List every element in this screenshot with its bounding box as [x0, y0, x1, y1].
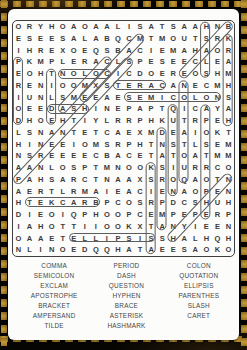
grid-cell[interactable]: H	[13, 139, 24, 151]
grid-cell[interactable]: R	[68, 186, 79, 198]
grid-cell[interactable]: O	[46, 221, 57, 233]
grid-cell[interactable]: N	[157, 139, 168, 151]
grid-cell[interactable]: O	[201, 244, 212, 256]
grid-cell[interactable]: E	[179, 209, 190, 221]
grid-cell[interactable]: H	[35, 221, 46, 233]
grid-cell[interactable]: T	[46, 68, 57, 80]
grid-cell[interactable]: P	[79, 162, 90, 174]
grid-cell[interactable]: E	[135, 92, 146, 104]
grid-cell[interactable]: M	[168, 45, 179, 57]
grid-cell[interactable]: R	[68, 174, 79, 186]
grid-cell[interactable]: M	[223, 139, 234, 151]
grid-cell[interactable]: H	[223, 197, 234, 209]
grid-cell[interactable]: S	[135, 21, 146, 33]
grid-cell[interactable]: U	[24, 92, 35, 104]
grid-cell[interactable]: S	[68, 162, 79, 174]
grid-cell[interactable]: B	[101, 33, 112, 45]
grid-cell[interactable]: A	[190, 21, 201, 33]
grid-cell[interactable]: M	[212, 80, 223, 92]
grid-cell[interactable]: E	[46, 33, 57, 45]
grid-cell[interactable]: O	[68, 68, 79, 80]
grid-cell[interactable]: M	[90, 139, 101, 151]
grid-cell[interactable]: P	[46, 56, 57, 68]
grid-cell[interactable]: E	[212, 115, 223, 127]
grid-cell[interactable]: I	[179, 103, 190, 115]
grid-cell[interactable]: L	[201, 56, 212, 68]
grid-cell[interactable]: A	[135, 103, 146, 115]
grid-cell[interactable]: H	[90, 209, 101, 221]
grid-cell[interactable]: D	[46, 103, 57, 115]
grid-cell[interactable]: O	[124, 162, 135, 174]
grid-cell[interactable]: S	[57, 92, 68, 104]
grid-cell[interactable]: A	[90, 33, 101, 45]
grid-cell[interactable]: H	[223, 233, 234, 245]
grid-cell[interactable]: E	[168, 244, 179, 256]
grid-cell[interactable]: L	[190, 139, 201, 151]
grid-cell[interactable]: R	[135, 80, 146, 92]
grid-cell[interactable]: A	[146, 21, 157, 33]
grid-cell[interactable]: T	[135, 244, 146, 256]
grid-cell[interactable]: H	[35, 174, 46, 186]
grid-cell[interactable]: T	[157, 21, 168, 33]
grid-cell[interactable]: R	[168, 68, 179, 80]
grid-cell[interactable]: B	[90, 197, 101, 209]
grid-cell[interactable]: E	[201, 221, 212, 233]
grid-cell[interactable]: E	[212, 56, 223, 68]
grid-cell[interactable]: T	[57, 233, 68, 245]
grid-cell[interactable]: D	[157, 127, 168, 139]
grid-cell[interactable]: O	[90, 68, 101, 80]
grid-cell[interactable]: T	[146, 221, 157, 233]
grid-cell[interactable]: T	[223, 127, 234, 139]
grid-cell[interactable]: A	[124, 45, 135, 57]
grid-cell[interactable]: M	[223, 68, 234, 80]
grid-cell[interactable]: B	[112, 45, 123, 57]
grid-cell[interactable]: C	[190, 56, 201, 68]
grid-cell[interactable]: S	[124, 233, 135, 245]
grid-cell[interactable]: U	[179, 33, 190, 45]
grid-cell[interactable]: N	[57, 68, 68, 80]
grid-cell[interactable]: N	[46, 244, 57, 256]
grid-cell[interactable]: K	[24, 56, 35, 68]
grid-cell[interactable]: O	[190, 68, 201, 80]
grid-cell[interactable]: H	[24, 45, 35, 57]
grid-cell[interactable]: A	[124, 244, 135, 256]
grid-cell[interactable]: C	[124, 33, 135, 45]
grid-cell[interactable]: A	[112, 174, 123, 186]
grid-cell[interactable]: Q	[90, 45, 101, 57]
grid-cell[interactable]: L	[79, 233, 90, 245]
grid-cell[interactable]: R	[212, 209, 223, 221]
grid-cell[interactable]: I	[13, 92, 24, 104]
grid-cell[interactable]: E	[212, 221, 223, 233]
grid-cell[interactable]: N	[212, 92, 223, 104]
grid-cell[interactable]: Y	[179, 221, 190, 233]
grid-cell[interactable]: O	[223, 244, 234, 256]
grid-cell[interactable]: S	[135, 197, 146, 209]
grid-cell[interactable]: C	[157, 80, 168, 92]
grid-cell[interactable]: T	[57, 221, 68, 233]
grid-cell[interactable]: I	[157, 92, 168, 104]
grid-cell[interactable]: I	[13, 221, 24, 233]
grid-cell[interactable]: H	[168, 233, 179, 245]
grid-cell[interactable]: C	[90, 150, 101, 162]
grid-cell[interactable]: Q	[168, 103, 179, 115]
grid-cell[interactable]: N	[212, 21, 223, 33]
grid-cell[interactable]: R	[157, 174, 168, 186]
grid-cell[interactable]: S	[101, 80, 112, 92]
grid-cell[interactable]: T	[201, 150, 212, 162]
grid-cell[interactable]: N	[112, 162, 123, 174]
grid-cell[interactable]: P	[223, 209, 234, 221]
grid-cell[interactable]: A	[179, 186, 190, 198]
grid-cell[interactable]: E	[35, 197, 46, 209]
grid-cell[interactable]: E	[57, 150, 68, 162]
grid-cell[interactable]: S	[146, 233, 157, 245]
grid-cell[interactable]: T	[146, 139, 157, 151]
grid-cell[interactable]: I	[101, 186, 112, 198]
grid-cell[interactable]: A	[190, 150, 201, 162]
grid-cell[interactable]: E	[157, 68, 168, 80]
grid-cell[interactable]: S	[68, 103, 79, 115]
grid-cell[interactable]: P	[124, 103, 135, 115]
grid-cell[interactable]: A	[35, 233, 46, 245]
grid-cell[interactable]: I	[57, 209, 68, 221]
grid-cell[interactable]: O	[24, 68, 35, 80]
grid-cell[interactable]: N	[223, 186, 234, 198]
grid-cell[interactable]: S	[201, 68, 212, 80]
grid-cell[interactable]: E	[112, 186, 123, 198]
grid-cell[interactable]: P	[101, 197, 112, 209]
grid-cell[interactable]: P	[13, 56, 24, 68]
grid-cell[interactable]: M	[223, 150, 234, 162]
grid-cell[interactable]: I	[24, 139, 35, 151]
grid-cell[interactable]: C	[112, 197, 123, 209]
grid-cell[interactable]: E	[68, 244, 79, 256]
grid-cell[interactable]: K	[146, 162, 157, 174]
grid-cell[interactable]: L	[79, 33, 90, 45]
grid-cell[interactable]: I	[24, 209, 35, 221]
grid-cell[interactable]: H	[223, 80, 234, 92]
grid-cell[interactable]: I	[35, 244, 46, 256]
grid-cell[interactable]: E	[201, 209, 212, 221]
grid-cell[interactable]: E	[146, 209, 157, 221]
grid-cell[interactable]: I	[168, 162, 179, 174]
grid-cell[interactable]: S	[223, 92, 234, 104]
grid-cell[interactable]: C	[101, 56, 112, 68]
grid-cell[interactable]: A	[157, 221, 168, 233]
grid-cell[interactable]: E	[112, 92, 123, 104]
grid-cell[interactable]: O	[101, 221, 112, 233]
grid-cell[interactable]: A	[146, 80, 157, 92]
grid-cell[interactable]: A	[168, 80, 179, 92]
grid-cell[interactable]: M	[146, 127, 157, 139]
grid-cell[interactable]: A	[24, 233, 35, 245]
grid-cell[interactable]: A	[223, 103, 234, 115]
grid-cell[interactable]: R	[79, 56, 90, 68]
grid-cell[interactable]: P	[13, 174, 24, 186]
grid-cell[interactable]: C	[57, 197, 68, 209]
grid-cell[interactable]: C	[135, 209, 146, 221]
grid-cell[interactable]: A	[223, 56, 234, 68]
grid-cell[interactable]: O	[13, 21, 24, 33]
grid-cell[interactable]: T	[90, 127, 101, 139]
grid-cell[interactable]: U	[168, 115, 179, 127]
grid-cell[interactable]: L	[112, 21, 123, 33]
grid-cell[interactable]: L	[190, 92, 201, 104]
grid-cell[interactable]: R	[212, 33, 223, 45]
grid-cell[interactable]: A	[112, 127, 123, 139]
grid-cell[interactable]: I	[90, 221, 101, 233]
grid-cell[interactable]: I	[124, 21, 135, 33]
grid-cell[interactable]: T	[146, 150, 157, 162]
grid-cell[interactable]: H	[223, 115, 234, 127]
grid-cell[interactable]: E	[35, 33, 46, 45]
grid-cell[interactable]: P	[190, 209, 201, 221]
grid-cell[interactable]: I	[79, 221, 90, 233]
grid-cell[interactable]: X	[135, 127, 146, 139]
grid-cell[interactable]: L	[112, 56, 123, 68]
grid-cell[interactable]: H	[146, 115, 157, 127]
grid-cell[interactable]: P	[146, 103, 157, 115]
grid-cell[interactable]: E	[79, 92, 90, 104]
grid-cell[interactable]: H	[212, 68, 223, 80]
grid-cell[interactable]: H	[24, 115, 35, 127]
grid-cell[interactable]: A	[13, 186, 24, 198]
grid-cell[interactable]: M	[35, 56, 46, 68]
grid-cell[interactable]: R	[79, 197, 90, 209]
grid-cell[interactable]: O	[13, 233, 24, 245]
grid-cell[interactable]: A	[68, 21, 79, 33]
grid-cell[interactable]: O	[190, 186, 201, 198]
grid-cell[interactable]: A	[179, 127, 190, 139]
grid-cell[interactable]: O	[57, 162, 68, 174]
grid-cell[interactable]: O	[13, 103, 24, 115]
grid-cell[interactable]: E	[124, 80, 135, 92]
grid-cell[interactable]: H	[46, 21, 57, 33]
grid-cell[interactable]: Q	[68, 209, 79, 221]
grid-cell[interactable]: N	[35, 162, 46, 174]
grid-cell[interactable]: R	[124, 115, 135, 127]
grid-cell[interactable]: E	[79, 150, 90, 162]
grid-cell[interactable]: O	[212, 45, 223, 57]
grid-cell[interactable]: A	[179, 45, 190, 57]
grid-cell[interactable]: L	[24, 244, 35, 256]
grid-cell[interactable]: B	[101, 150, 112, 162]
grid-cell[interactable]: A	[201, 45, 212, 57]
grid-cell[interactable]: E	[24, 186, 35, 198]
grid-cell[interactable]: E	[46, 115, 57, 127]
grid-cell[interactable]: A	[46, 127, 57, 139]
grid-cell[interactable]: R	[190, 162, 201, 174]
grid-cell[interactable]: N	[57, 127, 68, 139]
grid-cell[interactable]: D	[13, 209, 24, 221]
grid-cell[interactable]: B	[223, 21, 234, 33]
grid-cell[interactable]: E	[112, 103, 123, 115]
grid-cell[interactable]: L	[190, 233, 201, 245]
grid-cell[interactable]: A	[68, 33, 79, 45]
grid-cell[interactable]: I	[90, 103, 101, 115]
grid-cell[interactable]: C	[135, 45, 146, 57]
grid-cell[interactable]: O	[223, 162, 234, 174]
grid-cell[interactable]: A	[146, 244, 157, 256]
grid-cell[interactable]: A	[90, 21, 101, 33]
grid-cell[interactable]: P	[135, 56, 146, 68]
grid-cell[interactable]: N	[223, 221, 234, 233]
grid-cell[interactable]: M	[157, 33, 168, 45]
grid-cell[interactable]: O	[124, 197, 135, 209]
grid-cell[interactable]: A	[157, 150, 168, 162]
grid-cell[interactable]: O	[68, 45, 79, 57]
grid-cell[interactable]: E	[90, 92, 101, 104]
grid-cell[interactable]: A	[101, 21, 112, 33]
grid-cell[interactable]: L	[101, 115, 112, 127]
grid-cell[interactable]: L	[46, 92, 57, 104]
grid-cell[interactable]: C	[190, 103, 201, 115]
grid-cell[interactable]: L	[90, 233, 101, 245]
grid-cell[interactable]: S	[24, 127, 35, 139]
grid-cell[interactable]: A	[101, 92, 112, 104]
grid-cell[interactable]: S	[124, 56, 135, 68]
grid-cell[interactable]: L	[57, 56, 68, 68]
grid-cell[interactable]: S	[124, 92, 135, 104]
grid-cell[interactable]: E	[68, 56, 79, 68]
grid-cell[interactable]: C	[168, 92, 179, 104]
grid-cell[interactable]: M	[157, 209, 168, 221]
grid-cell[interactable]: R	[190, 115, 201, 127]
grid-cell[interactable]: A	[24, 162, 35, 174]
grid-cell[interactable]: P	[201, 186, 212, 198]
grid-cell[interactable]: R	[201, 162, 212, 174]
grid-cell[interactable]: A	[68, 197, 79, 209]
grid-cell[interactable]: S	[46, 174, 57, 186]
grid-cell[interactable]: E	[179, 68, 190, 80]
grid-cell[interactable]: P	[201, 115, 212, 127]
grid-cell[interactable]: H	[201, 21, 212, 33]
grid-cell[interactable]: N	[179, 80, 190, 92]
grid-cell[interactable]: S	[157, 233, 168, 245]
grid-cell[interactable]: T	[179, 139, 190, 151]
grid-cell[interactable]: T	[112, 80, 123, 92]
grid-cell[interactable]: O	[46, 209, 57, 221]
grid-cell[interactable]: S	[201, 33, 212, 45]
grid-cell[interactable]: L	[57, 186, 68, 198]
grid-cell[interactable]: N	[35, 139, 46, 151]
grid-cell[interactable]: E	[168, 56, 179, 68]
grid-cell[interactable]: S	[57, 33, 68, 45]
grid-cell[interactable]: E	[79, 45, 90, 57]
grid-cell[interactable]: S	[24, 150, 35, 162]
grid-cell[interactable]: C	[124, 150, 135, 162]
grid-cell[interactable]: N	[168, 186, 179, 198]
grid-cell[interactable]: M	[146, 92, 157, 104]
grid-cell[interactable]: K	[223, 33, 234, 45]
grid-cell[interactable]: O	[146, 68, 157, 80]
grid-cell[interactable]: M	[135, 33, 146, 45]
grid-cell[interactable]: H	[201, 233, 212, 245]
grid-cell[interactable]: O	[168, 33, 179, 45]
grid-cell[interactable]: A	[190, 174, 201, 186]
grid-cell[interactable]: C	[135, 186, 146, 198]
grid-cell[interactable]: O	[79, 139, 90, 151]
grid-cell[interactable]: I	[146, 45, 157, 57]
grid-cell[interactable]: M	[212, 150, 223, 162]
grid-cell[interactable]: H	[201, 197, 212, 209]
grid-cell[interactable]: T	[46, 186, 57, 198]
grid-cell[interactable]: N	[35, 92, 46, 104]
grid-cell[interactable]: O	[201, 92, 212, 104]
grid-cell[interactable]: M	[68, 92, 79, 104]
grid-cell[interactable]: K	[124, 221, 135, 233]
grid-cell[interactable]: M	[79, 80, 90, 92]
grid-cell[interactable]: D	[13, 115, 24, 127]
grid-cell[interactable]: H	[112, 244, 123, 256]
grid-cell[interactable]: O	[112, 209, 123, 221]
grid-cell[interactable]: O	[179, 92, 190, 104]
grid-cell[interactable]: H	[13, 197, 24, 209]
grid-cell[interactable]: S	[101, 139, 112, 151]
grid-cell[interactable]: U	[179, 162, 190, 174]
grid-cell[interactable]: P	[124, 139, 135, 151]
grid-cell[interactable]: T	[190, 33, 201, 45]
grid-cell[interactable]: R	[112, 115, 123, 127]
grid-cell[interactable]: S	[101, 45, 112, 57]
grid-cell[interactable]: Y	[212, 103, 223, 115]
grid-cell[interactable]: A	[57, 103, 68, 115]
grid-cell[interactable]: Q	[179, 174, 190, 186]
grid-cell[interactable]: S	[157, 56, 168, 68]
grid-cell[interactable]: S	[190, 197, 201, 209]
grid-cell[interactable]: C	[101, 127, 112, 139]
grid-cell[interactable]: E	[46, 150, 57, 162]
grid-cell[interactable]: E	[24, 80, 35, 92]
grid-cell[interactable]: C	[212, 162, 223, 174]
grid-cell[interactable]: T	[157, 103, 168, 115]
grid-cell[interactable]: S	[201, 139, 212, 151]
grid-cell[interactable]: A	[124, 186, 135, 198]
grid-cell[interactable]: S	[146, 174, 157, 186]
grid-cell[interactable]: X	[135, 221, 146, 233]
grid-cell[interactable]: Q	[90, 244, 101, 256]
grid-cell[interactable]: A	[112, 150, 123, 162]
grid-cell[interactable]: A	[124, 174, 135, 186]
grid-cell[interactable]: E	[46, 233, 57, 245]
grid-cell[interactable]: O	[168, 174, 179, 186]
grid-cell[interactable]: H	[57, 115, 68, 127]
grid-cell[interactable]: N	[223, 174, 234, 186]
grid-cell[interactable]: N	[35, 127, 46, 139]
grid-cell[interactable]: T	[179, 115, 190, 127]
grid-cell[interactable]: O	[68, 80, 79, 92]
grid-cell[interactable]: Q	[212, 233, 223, 245]
grid-cell[interactable]: P	[124, 209, 135, 221]
grid-cell[interactable]: E	[13, 33, 24, 45]
grid-cell[interactable]: R	[223, 45, 234, 57]
grid-cell[interactable]: I	[190, 221, 201, 233]
grid-cell[interactable]: A	[90, 186, 101, 198]
grid-cell[interactable]: E	[157, 45, 168, 57]
grid-cell[interactable]: E	[124, 127, 135, 139]
grid-cell[interactable]: R	[112, 139, 123, 151]
grid-cell[interactable]: S	[24, 33, 35, 45]
grid-cell[interactable]: I	[190, 127, 201, 139]
grid-cell[interactable]: T	[68, 221, 79, 233]
grid-cell[interactable]: I	[13, 45, 24, 57]
grid-cell[interactable]: H	[190, 45, 201, 57]
grid-cell[interactable]: E	[68, 233, 79, 245]
grid-cell[interactable]: E	[57, 139, 68, 151]
grid-cell[interactable]: P	[157, 197, 168, 209]
